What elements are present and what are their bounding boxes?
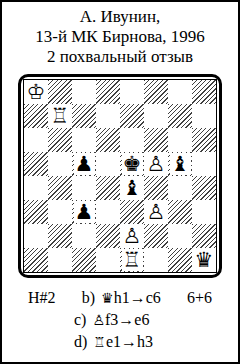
square-e8 <box>120 80 144 104</box>
square-f2 <box>144 224 168 248</box>
square-c7 <box>72 104 96 128</box>
square-f8 <box>144 80 168 104</box>
black-king-e5: ♚ <box>122 153 143 175</box>
white-pawn-f5: ♙ <box>146 153 167 175</box>
black-pawn-c5: ♟ <box>74 153 95 175</box>
square-a8: ♔ <box>24 80 48 104</box>
square-c5: ♟ <box>72 152 96 176</box>
square-g4 <box>168 176 192 200</box>
twin-c: c)♙f3→e6 <box>74 311 149 328</box>
square-b6 <box>48 128 72 152</box>
square-b1 <box>48 248 72 272</box>
square-g7 <box>168 104 192 128</box>
caption-line-1: H#2 b)♛h1→c6 6+6 <box>2 287 238 309</box>
square-f5: ♙ <box>144 152 168 176</box>
white-pawn-symbol: ♙ <box>92 312 105 328</box>
white-rook-b7: ♖ <box>50 105 71 127</box>
stipulation-caption: H#2 b)♛h1→c6 6+6 c)♙f3→e6 d)♖e1→h3 <box>2 287 238 353</box>
square-d1 <box>96 248 120 272</box>
twin-b-label: b) <box>82 289 95 306</box>
square-d2 <box>96 224 120 248</box>
square-e2: ♙ <box>120 224 144 248</box>
square-g1 <box>168 248 192 272</box>
square-h2 <box>192 224 216 248</box>
square-g8 <box>168 80 192 104</box>
square-e5: ♚ <box>120 152 144 176</box>
square-d3 <box>96 200 120 224</box>
square-a4 <box>24 176 48 200</box>
square-d7 <box>96 104 120 128</box>
white-pawn-f3: ♙ <box>146 201 167 223</box>
problem-diagram-page: А. Ивунин, 13-й МК Бирнова, 1996 2 похва… <box>0 0 240 364</box>
square-h5 <box>192 152 216 176</box>
square-a5 <box>24 152 48 176</box>
twin-b: b)♛h1→c6 <box>82 287 161 309</box>
square-d6 <box>96 128 120 152</box>
square-g5: ♝ <box>168 152 192 176</box>
square-d8 <box>96 80 120 104</box>
square-a6 <box>24 128 48 152</box>
square-a3 <box>24 200 48 224</box>
square-b2 <box>48 224 72 248</box>
award-line: 2 похвальный отзыв <box>35 47 205 67</box>
square-b4 <box>48 176 72 200</box>
square-e6 <box>120 128 144 152</box>
twin-d-label: d) <box>74 333 87 350</box>
black-bishop-e4: ♝ <box>122 177 143 199</box>
square-c3: ♟ <box>72 200 96 224</box>
twin-d-move: e1→h3 <box>106 333 153 350</box>
twin-d: d)♖e1→h3 <box>74 333 153 350</box>
square-h6 <box>192 128 216 152</box>
problem-header: А. Ивунин, 13-й МК Бирнова, 1996 2 похва… <box>35 7 205 67</box>
twin-c-move: f3→e6 <box>105 311 149 328</box>
square-h7 <box>192 104 216 128</box>
square-f1 <box>144 248 168 272</box>
square-c2 <box>72 224 96 248</box>
white-rook-e1: ♖ <box>122 249 143 271</box>
square-a7 <box>24 104 48 128</box>
square-d5 <box>96 152 120 176</box>
square-a1 <box>24 248 48 272</box>
black-queen-h1: ♛ <box>194 249 215 271</box>
square-a2 <box>24 224 48 248</box>
piece-count: 6+6 <box>187 287 212 308</box>
square-f7 <box>144 104 168 128</box>
black-queen-symbol: ♛ <box>101 290 114 306</box>
square-c1 <box>72 248 96 272</box>
caption-line-2: c)♙f3→e6 <box>2 309 238 331</box>
square-f3: ♙ <box>144 200 168 224</box>
square-d4 <box>96 176 120 200</box>
square-c4 <box>72 176 96 200</box>
square-b5 <box>48 152 72 176</box>
board-inner-frame: ♔♖♟♚♙♝♝♟♙♙♖♛ <box>23 79 217 273</box>
square-e7 <box>120 104 144 128</box>
stipulation-label: H#2 <box>28 287 56 308</box>
white-king-a8: ♔ <box>26 81 47 103</box>
white-rook-symbol: ♖ <box>93 334 106 350</box>
white-pawn-e2: ♙ <box>122 225 143 247</box>
square-h8 <box>192 80 216 104</box>
square-b3 <box>48 200 72 224</box>
square-b8 <box>48 80 72 104</box>
square-e4: ♝ <box>120 176 144 200</box>
square-e1: ♖ <box>120 248 144 272</box>
square-b7: ♖ <box>48 104 72 128</box>
square-f4 <box>144 176 168 200</box>
square-g2 <box>168 224 192 248</box>
caption-line-3: d)♖e1→h3 <box>2 331 238 353</box>
square-h3 <box>192 200 216 224</box>
square-h4 <box>192 176 216 200</box>
tournament-line: 13-й МК Бирнова, 1996 <box>35 27 205 47</box>
square-c6 <box>72 128 96 152</box>
square-g3 <box>168 200 192 224</box>
twin-c-label: c) <box>74 311 86 328</box>
chess-board: ♔♖♟♚♙♝♝♟♙♙♖♛ <box>24 80 216 272</box>
author-line: А. Ивунин, <box>35 7 205 27</box>
black-bishop-g5: ♝ <box>170 153 191 175</box>
square-c8 <box>72 80 96 104</box>
square-e3 <box>120 200 144 224</box>
twin-b-move: h1→c6 <box>114 289 161 306</box>
square-f6 <box>144 128 168 152</box>
board-frame: ♔♖♟♚♙♝♝♟♙♙♖♛ <box>18 74 222 278</box>
square-g6 <box>168 128 192 152</box>
square-h1: ♛ <box>192 248 216 272</box>
black-pawn-c3: ♟ <box>74 201 95 223</box>
